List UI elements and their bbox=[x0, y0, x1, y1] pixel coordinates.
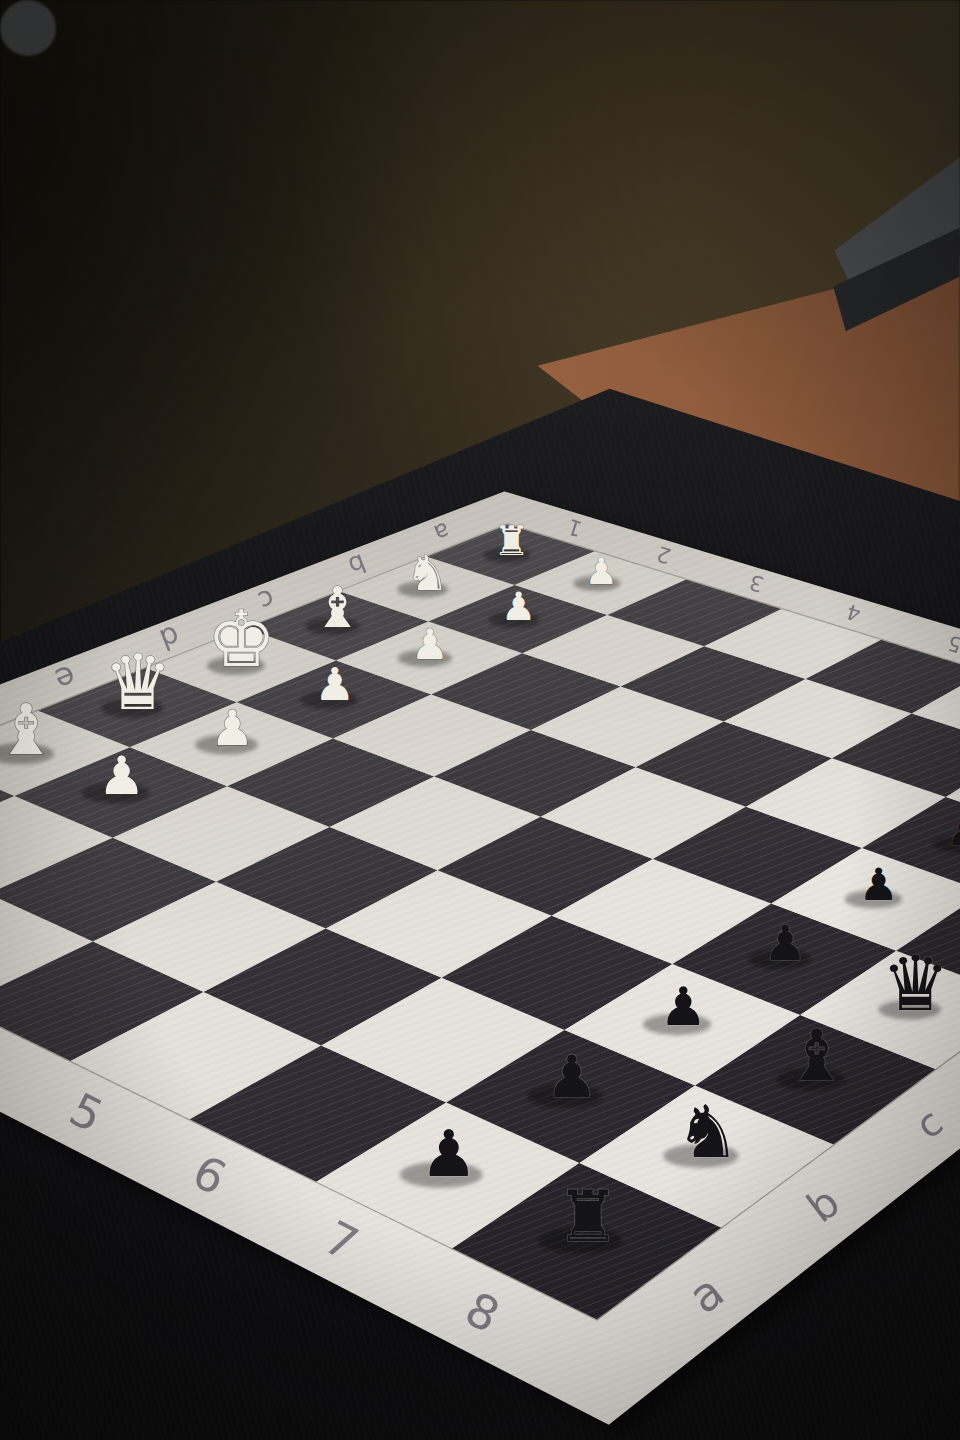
black-pawn-icon-f7[interactable]: ♟ bbox=[946, 807, 960, 855]
white-rook-icon-h1[interactable]: ♜ bbox=[493, 517, 529, 565]
black-pawn-icon-b7[interactable]: ♟ bbox=[546, 1043, 598, 1111]
white-bishop-icon-f1[interactable]: ♝ bbox=[312, 575, 362, 640]
white-knight-icon-g1[interactable]: ♞ bbox=[405, 545, 449, 602]
black-knight-icon-b8[interactable]: ♞ bbox=[675, 1090, 740, 1174]
black-pawn-icon-c7[interactable]: ♟ bbox=[660, 976, 708, 1038]
black-queen-icon-d8[interactable]: ♛ bbox=[881, 939, 949, 1028]
black-pawn-icon-a7[interactable]: ♟ bbox=[420, 1116, 478, 1191]
white-king-icon-e1[interactable]: ♚ bbox=[207, 594, 277, 684]
white-pawn-icon-c2[interactable]: ♟ bbox=[98, 745, 145, 806]
black-rook-icon-a8[interactable]: ♜ bbox=[556, 1175, 620, 1258]
photo-stage: hagbfceddecfbgah1122334455667788♜♟♞♟♝♟♚♟… bbox=[0, 0, 960, 1440]
black-pawn-icon-e7[interactable]: ♟ bbox=[859, 859, 899, 911]
chessboard: hagbfceddecfbgah1122334455667788♜♟♞♟♝♟♚♟… bbox=[0, 0, 960, 1440]
white-pawn-icon-g2[interactable]: ♟ bbox=[501, 584, 536, 629]
black-bishop-icon-c8[interactable]: ♝ bbox=[785, 1014, 849, 1097]
white-pawn-icon-d2[interactable]: ♟ bbox=[210, 700, 254, 756]
black-pawn-icon-d7[interactable]: ♟ bbox=[763, 915, 807, 971]
white-pawn-icon-h2[interactable]: ♟ bbox=[585, 550, 618, 593]
white-pawn-icon-f2[interactable]: ♟ bbox=[411, 620, 449, 669]
white-queen-icon-d1[interactable]: ♛ bbox=[104, 638, 173, 727]
white-pawn-icon-e2[interactable]: ♟ bbox=[314, 658, 355, 711]
white-bishop-icon-c1[interactable]: ♝ bbox=[0, 689, 58, 771]
